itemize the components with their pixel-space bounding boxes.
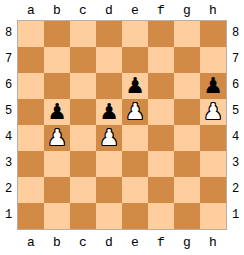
square-e2[interactable] bbox=[122, 177, 148, 203]
square-h4[interactable] bbox=[200, 125, 226, 151]
white-pawn-d4: ♟ bbox=[96, 125, 122, 151]
square-h6[interactable]: ♟ bbox=[200, 73, 226, 99]
square-b6[interactable] bbox=[44, 73, 70, 99]
square-d4[interactable]: ♟ bbox=[96, 125, 122, 151]
file-label-b: b bbox=[44, 236, 70, 249]
square-f4[interactable] bbox=[148, 125, 174, 151]
square-d7[interactable] bbox=[96, 47, 122, 73]
square-b7[interactable] bbox=[44, 47, 70, 73]
file-label-c: c bbox=[70, 236, 96, 249]
rank-label-7: 7 bbox=[0, 46, 17, 72]
file-label-b: b bbox=[44, 4, 70, 17]
square-c8[interactable] bbox=[70, 21, 96, 47]
square-d1[interactable] bbox=[96, 203, 122, 229]
rank-label-8: 8 bbox=[227, 20, 244, 46]
rank-label-7: 7 bbox=[227, 46, 244, 72]
square-a1[interactable] bbox=[18, 203, 44, 229]
file-label-f: f bbox=[148, 236, 174, 249]
rank-label-3: 3 bbox=[0, 150, 17, 176]
square-c5[interactable] bbox=[70, 99, 96, 125]
square-a7[interactable] bbox=[18, 47, 44, 73]
square-h5[interactable]: ♟ bbox=[200, 99, 226, 125]
square-f8[interactable] bbox=[148, 21, 174, 47]
square-h7[interactable] bbox=[200, 47, 226, 73]
rank-label-4: 4 bbox=[227, 124, 244, 150]
square-f1[interactable] bbox=[148, 203, 174, 229]
rank-label-1: 1 bbox=[0, 202, 17, 228]
square-d8[interactable] bbox=[96, 21, 122, 47]
square-a5[interactable] bbox=[18, 99, 44, 125]
file-label-a: a bbox=[18, 4, 44, 17]
square-d3[interactable] bbox=[96, 151, 122, 177]
square-g6[interactable] bbox=[174, 73, 200, 99]
square-f5[interactable] bbox=[148, 99, 174, 125]
rank-label-8: 8 bbox=[0, 20, 17, 46]
square-f7[interactable] bbox=[148, 47, 174, 73]
black-pawn-e6: ♟ bbox=[122, 73, 148, 99]
square-e5[interactable]: ♟ bbox=[122, 99, 148, 125]
square-c2[interactable] bbox=[70, 177, 96, 203]
square-d6[interactable] bbox=[96, 73, 122, 99]
file-label-a: a bbox=[18, 236, 44, 249]
square-h2[interactable] bbox=[200, 177, 226, 203]
square-a6[interactable] bbox=[18, 73, 44, 99]
square-h3[interactable] bbox=[200, 151, 226, 177]
chess-diagram: a b c d e f g h 8 7 6 5 4 3 2 1 ♟♟♟♟♟♟♟♟… bbox=[0, 0, 244, 255]
black-pawn-d5: ♟ bbox=[96, 99, 122, 125]
square-b4[interactable]: ♟ bbox=[44, 125, 70, 151]
square-c4[interactable] bbox=[70, 125, 96, 151]
square-c6[interactable] bbox=[70, 73, 96, 99]
rank-label-6: 6 bbox=[0, 72, 17, 98]
square-b5[interactable]: ♟ bbox=[44, 99, 70, 125]
square-f2[interactable] bbox=[148, 177, 174, 203]
square-b2[interactable] bbox=[44, 177, 70, 203]
square-a4[interactable] bbox=[18, 125, 44, 151]
black-pawn-b5: ♟ bbox=[44, 99, 70, 125]
square-a2[interactable] bbox=[18, 177, 44, 203]
rank-label-4: 4 bbox=[0, 124, 17, 150]
file-label-g: g bbox=[174, 4, 200, 17]
square-c1[interactable] bbox=[70, 203, 96, 229]
square-e7[interactable] bbox=[122, 47, 148, 73]
file-label-h: h bbox=[200, 236, 226, 249]
rank-label-2: 2 bbox=[0, 176, 17, 202]
file-label-c: c bbox=[70, 4, 96, 17]
square-d5[interactable]: ♟ bbox=[96, 99, 122, 125]
square-g4[interactable] bbox=[174, 125, 200, 151]
square-g2[interactable] bbox=[174, 177, 200, 203]
file-label-d: d bbox=[96, 236, 122, 249]
square-h1[interactable] bbox=[200, 203, 226, 229]
square-e6[interactable]: ♟ bbox=[122, 73, 148, 99]
white-pawn-b4: ♟ bbox=[44, 125, 70, 151]
file-label-e: e bbox=[122, 236, 148, 249]
square-h8[interactable] bbox=[200, 21, 226, 47]
rank-label-2: 2 bbox=[227, 176, 244, 202]
square-a3[interactable] bbox=[18, 151, 44, 177]
rank-labels-right: 8 7 6 5 4 3 2 1 bbox=[227, 20, 244, 230]
square-e3[interactable] bbox=[122, 151, 148, 177]
rank-label-6: 6 bbox=[227, 72, 244, 98]
square-e1[interactable] bbox=[122, 203, 148, 229]
square-c7[interactable] bbox=[70, 47, 96, 73]
square-d2[interactable] bbox=[96, 177, 122, 203]
file-labels-bottom: a b c d e f g h bbox=[18, 230, 244, 255]
file-label-d: d bbox=[96, 4, 122, 17]
square-e4[interactable] bbox=[122, 125, 148, 151]
white-pawn-e5: ♟ bbox=[122, 99, 148, 125]
file-labels-top: a b c d e f g h bbox=[18, 0, 244, 20]
square-f3[interactable] bbox=[148, 151, 174, 177]
square-b1[interactable] bbox=[44, 203, 70, 229]
file-label-f: f bbox=[148, 4, 174, 17]
file-label-g: g bbox=[174, 236, 200, 249]
square-c3[interactable] bbox=[70, 151, 96, 177]
white-pawn-h5: ♟ bbox=[200, 99, 226, 125]
black-pawn-h6: ♟ bbox=[200, 73, 226, 99]
square-e8[interactable] bbox=[122, 21, 148, 47]
square-b3[interactable] bbox=[44, 151, 70, 177]
rank-label-1: 1 bbox=[227, 202, 244, 228]
file-label-e: e bbox=[122, 4, 148, 17]
rank-label-3: 3 bbox=[227, 150, 244, 176]
square-g3[interactable] bbox=[174, 151, 200, 177]
square-b8[interactable] bbox=[44, 21, 70, 47]
rank-label-5: 5 bbox=[227, 98, 244, 124]
square-a8[interactable] bbox=[18, 21, 44, 47]
rank-labels-left: 8 7 6 5 4 3 2 1 bbox=[0, 20, 17, 230]
square-g1[interactable] bbox=[174, 203, 200, 229]
square-g5[interactable] bbox=[174, 99, 200, 125]
rank-label-5: 5 bbox=[0, 98, 17, 124]
square-f6[interactable] bbox=[148, 73, 174, 99]
square-g8[interactable] bbox=[174, 21, 200, 47]
square-g7[interactable] bbox=[174, 47, 200, 73]
file-label-h: h bbox=[200, 4, 226, 17]
chess-board: ♟♟♟♟♟♟♟♟ bbox=[17, 20, 227, 230]
